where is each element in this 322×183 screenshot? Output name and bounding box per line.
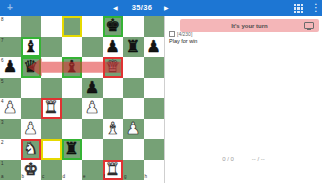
- square-e3[interactable]: [82, 119, 103, 140]
- square-g2[interactable]: [123, 139, 144, 160]
- square-d1[interactable]: d: [62, 160, 83, 181]
- white-rook-f1: ♜: [103, 160, 124, 181]
- square-e8[interactable]: [82, 16, 103, 37]
- square-c7[interactable]: [41, 37, 62, 58]
- white-queen-f6: ♛: [103, 57, 124, 78]
- square-d2[interactable]: ♜: [62, 139, 83, 160]
- square-g5[interactable]: [123, 78, 144, 99]
- black-pawn-h7: ♟: [144, 37, 165, 58]
- black-pawn-f7: ♟: [103, 37, 124, 58]
- square-e2[interactable]: [82, 139, 103, 160]
- rank-label-8: 8: [1, 17, 4, 22]
- square-b6[interactable]: ♛: [21, 57, 42, 78]
- square-b2[interactable]: ♞: [21, 139, 42, 160]
- file-label-g: g: [124, 174, 127, 179]
- square-e7[interactable]: [82, 37, 103, 58]
- exercise-square-icon: [169, 31, 175, 37]
- square-c5[interactable]: [41, 78, 62, 99]
- file-label-a: a: [1, 174, 4, 179]
- exercise-ref: [4/230]: [177, 31, 192, 37]
- square-c3[interactable]: [41, 119, 62, 140]
- black-rook-g7: ♜: [123, 37, 144, 58]
- square-e4[interactable]: ♟: [82, 98, 103, 119]
- square-a3[interactable]: 3: [0, 119, 21, 140]
- black-bishop-b7: ♝: [21, 37, 42, 58]
- square-g4[interactable]: [123, 98, 144, 119]
- square-f1[interactable]: ♜f: [103, 160, 124, 181]
- white-pawn-g3: ♟: [123, 119, 144, 140]
- square-d8[interactable]: [62, 16, 83, 37]
- rank-label-3: 3: [1, 120, 4, 125]
- square-c8[interactable]: [41, 16, 62, 37]
- file-label-b: b: [22, 174, 25, 179]
- square-b3[interactable]: ♟: [21, 119, 42, 140]
- square-b8[interactable]: [21, 16, 42, 37]
- rank-label-7: 7: [1, 38, 4, 43]
- file-label-h: h: [145, 174, 148, 179]
- square-a7[interactable]: 7: [0, 37, 21, 58]
- grid-view-icon[interactable]: [294, 4, 303, 13]
- white-pawn-a4: ♟: [0, 98, 21, 119]
- white-pawn-b3: ♟: [21, 119, 42, 140]
- exercise-meta: [4/230]: [169, 31, 192, 37]
- square-a4[interactable]: ♟4: [0, 98, 21, 119]
- square-f2[interactable]: [103, 139, 124, 160]
- black-pawn-a6: ♟: [0, 57, 21, 78]
- file-label-d: d: [63, 174, 66, 179]
- black-pawn-e5: ♟: [82, 78, 103, 99]
- square-c6[interactable]: [41, 57, 62, 78]
- square-d7[interactable]: [62, 37, 83, 58]
- square-a6[interactable]: ♟6: [0, 57, 21, 78]
- square-h6[interactable]: [144, 57, 165, 78]
- square-f5[interactable]: [103, 78, 124, 99]
- square-f6[interactable]: ♛: [103, 57, 124, 78]
- square-g8[interactable]: [123, 16, 144, 37]
- stats-row: 0 / 0 -- / --: [165, 156, 322, 162]
- square-b1[interactable]: ♚b: [21, 160, 42, 181]
- white-knight-b2: ♞: [21, 139, 42, 160]
- square-h8[interactable]: [144, 16, 165, 37]
- black-bishop-d6: ♝: [62, 57, 83, 78]
- square-d6[interactable]: ♝: [62, 57, 83, 78]
- square-b5[interactable]: [21, 78, 42, 99]
- square-b4[interactable]: [21, 98, 42, 119]
- turn-banner-label: It's your turn: [231, 23, 267, 29]
- stats-right: -- / --: [252, 156, 265, 162]
- side-panel: It's your turn [4/230] Play for win 0 / …: [165, 16, 322, 183]
- square-f7[interactable]: ♟: [103, 37, 124, 58]
- turn-banner: It's your turn: [180, 19, 319, 32]
- square-g7[interactable]: ♜: [123, 37, 144, 58]
- rank-label-4: 4: [1, 99, 4, 104]
- square-e6[interactable]: [82, 57, 103, 78]
- square-h5[interactable]: [144, 78, 165, 99]
- square-a2[interactable]: 2: [0, 139, 21, 160]
- square-a8[interactable]: 8: [0, 16, 21, 37]
- file-label-c: c: [42, 174, 44, 179]
- square-a5[interactable]: 5: [0, 78, 21, 99]
- square-f3[interactable]: ♝: [103, 119, 124, 140]
- square-h1[interactable]: h: [144, 160, 165, 181]
- square-f8[interactable]: ♚: [103, 16, 124, 37]
- stats-left: 0 / 0: [222, 156, 234, 162]
- white-rook-c4: ♜: [41, 98, 62, 119]
- chess-board: 8♚7♝♟♜♟♟6♛♝♛5♟♟4♜♟3♟♝♟2♞♜1a♚bcde♜fgh: [0, 16, 164, 180]
- square-f4[interactable]: [103, 98, 124, 119]
- square-d4[interactable]: [62, 98, 83, 119]
- square-e1[interactable]: e: [82, 160, 103, 181]
- square-g1[interactable]: g: [123, 160, 144, 181]
- square-d5[interactable]: [62, 78, 83, 99]
- rank-label-2: 2: [1, 140, 4, 145]
- rank-label-6: 6: [1, 58, 4, 63]
- square-c1[interactable]: c: [41, 160, 62, 181]
- white-king-b1: ♚: [21, 160, 42, 181]
- square-b7[interactable]: ♝: [21, 37, 42, 58]
- black-rook-d2: ♜: [62, 139, 83, 160]
- square-c2[interactable]: [41, 139, 62, 160]
- square-h3[interactable]: [144, 119, 165, 140]
- app-window: + ◀ 35/36 ▶ ⋮ 8♚7♝♟♜♟♟6♛♝♛5♟♟4♜♟3♟♝♟2♞♜1…: [0, 0, 322, 183]
- file-label-f: f: [104, 174, 105, 179]
- black-queen-b6: ♛: [21, 57, 42, 78]
- white-pawn-e4: ♟: [82, 98, 103, 119]
- app-bar: + ◀ 35/36 ▶ ⋮: [0, 0, 322, 16]
- square-c4[interactable]: ♜: [41, 98, 62, 119]
- square-a1[interactable]: 1a: [0, 160, 21, 181]
- overflow-menu-icon[interactable]: ⋮: [311, 0, 321, 16]
- square-h7[interactable]: ♟: [144, 37, 165, 58]
- previous-puzzle-button[interactable]: ◀: [113, 0, 118, 16]
- square-d3[interactable]: [62, 119, 83, 140]
- black-king-f8: ♚: [103, 16, 124, 37]
- app-icon[interactable]: +: [7, 1, 13, 15]
- puzzle-counter: 35/36: [122, 0, 162, 16]
- square-h2[interactable]: [144, 139, 165, 160]
- next-puzzle-button[interactable]: ▶: [164, 0, 169, 16]
- square-h4[interactable]: [144, 98, 165, 119]
- rank-label-1: 1: [1, 161, 4, 166]
- square-e5[interactable]: ♟: [82, 78, 103, 99]
- monitor-icon[interactable]: [304, 22, 314, 29]
- white-bishop-f3: ♝: [103, 119, 124, 140]
- square-g3[interactable]: ♟: [123, 119, 144, 140]
- file-label-e: e: [83, 174, 86, 179]
- task-label: Play for win: [169, 38, 197, 44]
- rank-label-5: 5: [1, 79, 4, 84]
- square-g6[interactable]: [123, 57, 144, 78]
